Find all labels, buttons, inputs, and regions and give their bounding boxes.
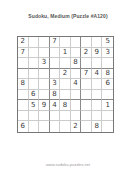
- cell-r3c3: 3: [39, 58, 50, 69]
- cell-r9c5: [60, 121, 71, 132]
- cell-r5c5: [60, 79, 71, 90]
- cell-r3c5: [60, 58, 71, 69]
- cell-r7c9: 1: [102, 100, 113, 111]
- cell-r8c6: [71, 111, 82, 122]
- cell-r7c4: 4: [50, 100, 61, 111]
- sudoku-board: 2757129338274883466859481628: [17, 36, 114, 133]
- cell-r4c8: 4: [92, 69, 103, 80]
- cell-r6c2: 6: [29, 90, 40, 101]
- cell-r6c6: [71, 90, 82, 101]
- cell-r1c5: [60, 37, 71, 48]
- cell-r6c8: [92, 90, 103, 101]
- cell-r7c3: 9: [39, 100, 50, 111]
- cell-r6c7: [81, 90, 92, 101]
- cell-r4c7: 7: [81, 69, 92, 80]
- cell-r3c4: [50, 58, 61, 69]
- cell-r9c2: [29, 121, 40, 132]
- cell-r9c6: 2: [71, 121, 82, 132]
- cell-r3c7: [81, 58, 92, 69]
- cell-r8c8: [92, 111, 103, 122]
- cell-r5c6: 4: [71, 79, 82, 90]
- page-title: Sudoku, Medium (Puzzle #A120): [0, 13, 136, 19]
- cell-r2c2: [29, 48, 40, 59]
- cell-r8c1: [18, 111, 29, 122]
- cell-r5c3: [39, 79, 50, 90]
- cell-r4c5: 2: [60, 69, 71, 80]
- cell-r3c9: [102, 58, 113, 69]
- cell-r6c1: [18, 90, 29, 101]
- cell-r7c8: [92, 100, 103, 111]
- cell-r7c5: 8: [60, 100, 71, 111]
- cell-r7c7: [81, 100, 92, 111]
- cell-r6c3: [39, 90, 50, 101]
- cell-r8c4: [50, 111, 61, 122]
- cell-r7c2: 5: [29, 100, 40, 111]
- cell-r1c7: [81, 37, 92, 48]
- cell-r4c9: 8: [102, 69, 113, 80]
- cell-r8c2: [29, 111, 40, 122]
- cell-r7c1: [18, 100, 29, 111]
- cell-r1c2: [29, 37, 40, 48]
- cell-r6c4: 8: [50, 90, 61, 101]
- cell-r9c4: [50, 121, 61, 132]
- cell-r9c9: [102, 121, 113, 132]
- cell-r4c3: [39, 69, 50, 80]
- cell-r2c5: 1: [60, 48, 71, 59]
- cell-r1c9: 5: [102, 37, 113, 48]
- cell-r9c1: 6: [18, 121, 29, 132]
- cell-r8c3: [39, 111, 50, 122]
- cell-r1c6: [71, 37, 82, 48]
- cell-r9c7: [81, 121, 92, 132]
- cell-r5c1: 8: [18, 79, 29, 90]
- cell-r2c1: 7: [18, 48, 29, 59]
- footer-url: www.sudoku-puzzles.net: [0, 162, 136, 167]
- cell-r5c4: 3: [50, 79, 61, 90]
- cell-r1c1: 2: [18, 37, 29, 48]
- cell-r5c8: [92, 79, 103, 90]
- cell-r6c9: [102, 90, 113, 101]
- cell-r3c2: [29, 58, 40, 69]
- cell-r4c4: [50, 69, 61, 80]
- cell-r8c5: [60, 111, 71, 122]
- cell-r1c3: [39, 37, 50, 48]
- cell-r8c9: [102, 111, 113, 122]
- cell-r3c6: 8: [71, 58, 82, 69]
- cell-r4c2: [29, 69, 40, 80]
- cell-r9c3: [39, 121, 50, 132]
- cell-r6c5: [60, 90, 71, 101]
- cell-r3c8: [92, 58, 103, 69]
- cell-r2c3: [39, 48, 50, 59]
- cell-r8c7: [81, 111, 92, 122]
- cell-r5c7: [81, 79, 92, 90]
- cell-r2c6: [71, 48, 82, 59]
- cell-r2c7: 2: [81, 48, 92, 59]
- cell-r1c4: 7: [50, 37, 61, 48]
- cell-r9c8: 8: [92, 121, 103, 132]
- cell-r1c8: [92, 37, 103, 48]
- cell-r3c1: [18, 58, 29, 69]
- cell-r7c6: [71, 100, 82, 111]
- cell-r5c2: [29, 79, 40, 90]
- cell-r5c9: 6: [102, 79, 113, 90]
- cell-r2c9: 3: [102, 48, 113, 59]
- cell-r4c1: [18, 69, 29, 80]
- cell-r2c8: 9: [92, 48, 103, 59]
- cell-r4c6: [71, 69, 82, 80]
- cell-r2c4: [50, 48, 61, 59]
